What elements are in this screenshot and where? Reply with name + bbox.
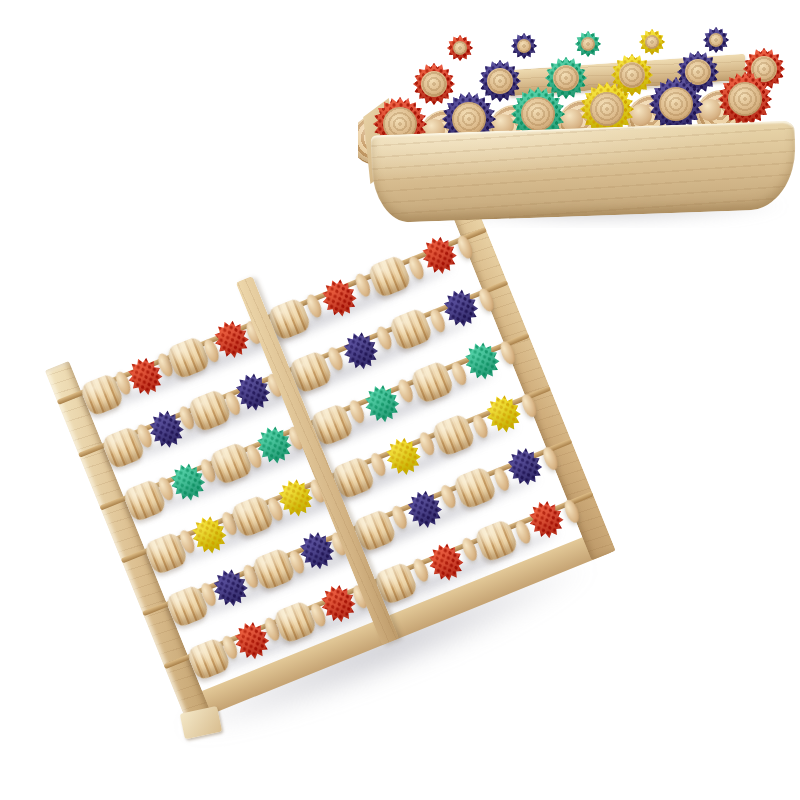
ribbed-wood-roller (473, 518, 519, 563)
far-roller-tip-navy (703, 27, 729, 53)
spiky-roller-navy (438, 284, 484, 332)
roller-wood-face (421, 71, 447, 97)
roller-wood-face (590, 92, 624, 126)
middle-roller-end-green (545, 57, 587, 99)
roller-wood-face (521, 97, 555, 131)
main-product-view (46, 201, 616, 724)
wood-bead-face (630, 104, 652, 126)
middle-roller-end-red (413, 63, 455, 105)
ribbed-wood-roller (409, 360, 455, 405)
roller-wood-face (619, 62, 645, 88)
roller-wood-face (685, 59, 711, 85)
massager-frame (46, 201, 616, 724)
roller-wood-face (709, 33, 723, 47)
far-roller-tip-green (575, 31, 601, 57)
ribbed-wood-roller (430, 413, 476, 458)
roller-rows (46, 201, 474, 374)
wood-bead-face (699, 99, 721, 121)
roller-wood-face (487, 68, 513, 94)
roller-wood-face (751, 56, 777, 82)
spiky-roller-yellow (481, 390, 527, 438)
far-roller-tip-red (447, 35, 473, 61)
roller-wood-face (728, 82, 762, 116)
roller-wood-face (453, 41, 467, 55)
middle-roller-end-navy (479, 60, 521, 102)
spiky-roller-red (417, 231, 463, 279)
roller-wood-face (645, 35, 659, 49)
page-background: { "scene": { "type": "product photo, two… (0, 0, 800, 800)
far-roller-tip-yellow (639, 29, 665, 55)
spiky-roller-navy (502, 443, 548, 491)
far-roller-tip-navy (511, 33, 537, 59)
spiky-roller-red (523, 496, 569, 544)
angled-product-view (358, 2, 800, 228)
roller-wood-face (553, 65, 579, 91)
roller-wood-face (581, 37, 595, 51)
ribbed-wood-roller (388, 307, 434, 352)
roller-wood-face (517, 39, 531, 53)
ribbed-wood-roller (452, 465, 498, 510)
roller-wood-face (659, 87, 693, 121)
ribbed-wood-roller (366, 254, 412, 299)
spiky-roller-green (459, 337, 505, 385)
tray-front-plank (371, 121, 798, 224)
